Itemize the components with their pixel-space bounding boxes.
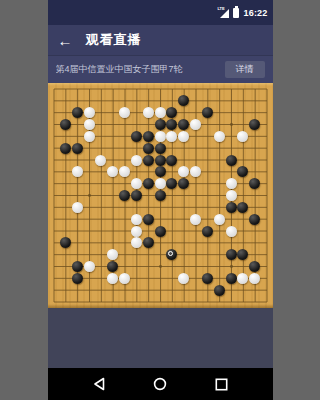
stone-white — [131, 155, 142, 166]
event-title: 第4届中信置业中国女子围甲7轮 — [56, 63, 225, 76]
stone-black — [143, 214, 154, 225]
stone-black — [226, 155, 237, 166]
stone-black — [226, 273, 237, 284]
stone-black — [72, 143, 83, 154]
event-banner: 第4届中信置业中国女子围甲7轮 详情 — [48, 55, 273, 83]
stone-black — [60, 143, 71, 154]
stone-white — [155, 107, 166, 118]
app-screen: LTE 16:22 ← 观看直播 第4届中信置业中国女子围甲7轮 详情 — [48, 0, 273, 400]
stone-black — [202, 226, 213, 237]
stone-black — [214, 285, 225, 296]
nav-home-icon[interactable] — [153, 377, 168, 392]
details-button[interactable]: 详情 — [225, 61, 265, 78]
stone-white — [131, 178, 142, 189]
stone-white — [249, 273, 260, 284]
stone-white — [214, 131, 225, 142]
stone-white — [143, 107, 154, 118]
stone-white — [107, 273, 118, 284]
star-point — [230, 265, 233, 268]
stone-black — [155, 190, 166, 201]
stone-white — [72, 166, 83, 177]
stone-white — [190, 119, 201, 130]
stone-black — [155, 226, 166, 237]
stone-black — [249, 214, 260, 225]
star-point — [159, 265, 162, 268]
stone-black — [226, 249, 237, 260]
last-move-marker — [168, 251, 173, 256]
stone-black — [166, 155, 177, 166]
playback-controls — [48, 308, 273, 368]
stone-black — [155, 155, 166, 166]
stone-black — [143, 131, 154, 142]
cell-signal-icon: LTE — [218, 7, 229, 18]
stone-white — [178, 273, 189, 284]
stone-white — [178, 131, 189, 142]
stone-black — [72, 273, 83, 284]
stone-black — [155, 119, 166, 130]
stone-white — [131, 226, 142, 237]
nav-back-icon[interactable] — [92, 377, 107, 392]
stone-white — [190, 214, 201, 225]
stone-white — [155, 131, 166, 142]
stone-white — [226, 178, 237, 189]
stone-white — [119, 273, 130, 284]
stone-black — [226, 202, 237, 213]
stone-white — [84, 107, 95, 118]
stone-black — [143, 155, 154, 166]
stone-black — [143, 178, 154, 189]
back-arrow-icon[interactable]: ← — [58, 33, 73, 48]
stone-white — [131, 214, 142, 225]
status-bar: LTE 16:22 — [48, 0, 273, 25]
star-point — [88, 194, 91, 197]
android-nav-bar — [48, 368, 273, 400]
stone-black — [72, 261, 83, 272]
stone-white — [226, 226, 237, 237]
stone-black — [155, 143, 166, 154]
page-title: 观看直播 — [86, 31, 142, 49]
stone-white — [214, 214, 225, 225]
stone-white — [72, 202, 83, 213]
stone-black — [202, 107, 213, 118]
battery-icon — [233, 8, 239, 18]
stone-white — [155, 178, 166, 189]
stone-black — [119, 190, 130, 201]
stone-black — [131, 131, 142, 142]
nav-recents-icon[interactable] — [214, 377, 229, 392]
stone-black — [202, 273, 213, 284]
star-point — [230, 123, 233, 126]
stone-white — [226, 190, 237, 201]
stone-black — [60, 119, 71, 130]
stone-white — [95, 155, 106, 166]
stone-white — [84, 131, 95, 142]
stone-black — [131, 190, 142, 201]
app-bar: ← 观看直播 — [48, 25, 273, 55]
stone-white — [84, 119, 95, 130]
stone-black — [143, 237, 154, 248]
stone-black — [155, 166, 166, 177]
go-board[interactable] — [48, 83, 273, 308]
status-time: 16:22 — [243, 8, 267, 18]
stone-black — [72, 107, 83, 118]
stone-black — [143, 143, 154, 154]
stone-white — [84, 261, 95, 272]
